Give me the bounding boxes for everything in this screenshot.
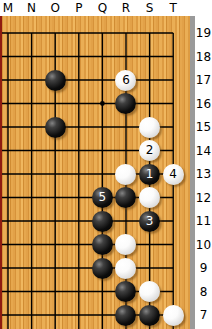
row-label-8: 8 xyxy=(195,285,212,299)
stone-Q12-black-move-5[interactable]: 5 xyxy=(92,187,113,208)
row-label-16: 16 xyxy=(195,97,212,111)
move-number-label: 3 xyxy=(146,211,154,232)
stone-T7-white[interactable] xyxy=(163,305,184,326)
stone-O17-black[interactable] xyxy=(45,70,66,91)
row-label-10: 10 xyxy=(195,238,212,252)
row-label-7: 7 xyxy=(195,308,212,322)
stone-R10-white[interactable] xyxy=(115,234,136,255)
row-label-11: 11 xyxy=(195,214,212,228)
row-label-13: 13 xyxy=(195,167,212,181)
stone-T13-white-move-4[interactable]: 4 xyxy=(163,164,184,185)
stone-R13-white[interactable] xyxy=(115,164,136,185)
go-board[interactable]: 621453 xyxy=(0,16,190,329)
column-label-S: S xyxy=(146,1,154,15)
stone-S8-white[interactable] xyxy=(139,281,160,302)
move-number-label: 6 xyxy=(122,70,130,91)
move-number-label: 1 xyxy=(146,164,154,185)
stone-S7-black[interactable] xyxy=(139,305,160,326)
row-label-14: 14 xyxy=(195,144,212,158)
stone-R12-black[interactable] xyxy=(115,187,136,208)
stone-S14-white-move-2[interactable]: 2 xyxy=(139,140,160,161)
move-number-label: 4 xyxy=(169,164,177,185)
column-label-Q: Q xyxy=(98,1,107,15)
board-edge-shadow-strip xyxy=(190,16,195,329)
stones-layer: 621453 xyxy=(0,21,185,327)
row-label-9: 9 xyxy=(195,261,212,275)
move-number-label: 5 xyxy=(99,187,107,208)
row-label-15: 15 xyxy=(195,120,212,134)
stone-R9-white[interactable] xyxy=(115,258,136,279)
column-label-R: R xyxy=(122,1,130,15)
go-board-diagram: 621453 MNOPQRST 19181716151413121110987 xyxy=(0,0,212,329)
column-label-M: M xyxy=(3,1,13,15)
left-crop-border xyxy=(0,16,2,329)
stone-S11-black-move-3[interactable]: 3 xyxy=(139,211,160,232)
stone-S15-white[interactable] xyxy=(139,117,160,138)
stone-R7-black[interactable] xyxy=(115,305,136,326)
stone-Q9-black[interactable] xyxy=(92,258,113,279)
stone-Q11-black[interactable] xyxy=(92,211,113,232)
column-label-N: N xyxy=(27,1,36,15)
column-label-P: P xyxy=(75,1,82,15)
column-label-O: O xyxy=(50,1,59,15)
row-label-17: 17 xyxy=(195,73,212,87)
stone-R17-white-move-6[interactable]: 6 xyxy=(115,70,136,91)
stone-R8-black[interactable] xyxy=(115,281,136,302)
stone-Q10-black[interactable] xyxy=(92,234,113,255)
stone-S13-black-move-1[interactable]: 1 xyxy=(139,164,160,185)
stone-S12-white[interactable] xyxy=(139,187,160,208)
stone-R16-black[interactable] xyxy=(115,93,136,114)
stone-O15-black[interactable] xyxy=(45,117,66,138)
row-label-12: 12 xyxy=(195,191,212,205)
move-number-label: 2 xyxy=(146,140,154,161)
row-label-19: 19 xyxy=(195,26,212,40)
row-label-18: 18 xyxy=(195,50,212,64)
column-label-T: T xyxy=(170,1,177,15)
